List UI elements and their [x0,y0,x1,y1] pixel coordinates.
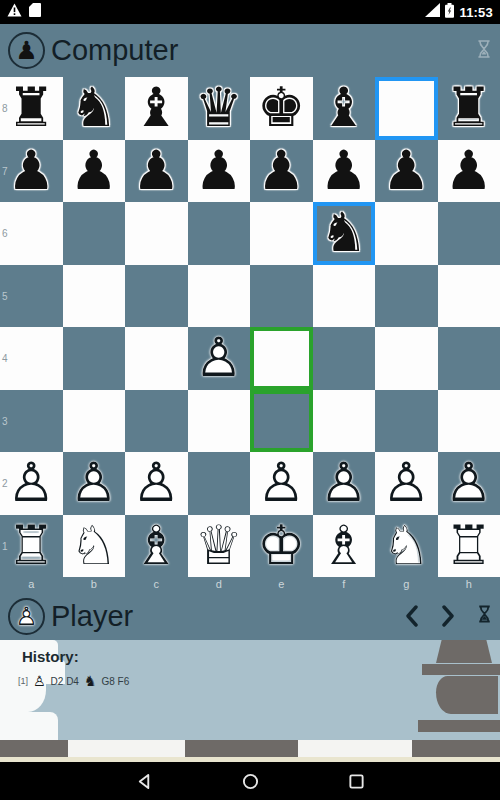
square-c5[interactable] [125,265,188,328]
square-e3[interactable] [250,390,313,453]
square-a6[interactable]: 6 [0,202,63,265]
black-bishop: ♝ [132,81,180,135]
square-e5[interactable] [250,265,313,328]
square-d7[interactable]: ♟ [188,140,251,203]
piece-base-4 [412,740,500,757]
square-h2[interactable]: ♟♙ [438,452,500,515]
black-pawn: ♟ [382,144,430,198]
square-d4[interactable]: ♟♙ [188,327,251,390]
black-pawn: ♟ [257,144,305,198]
square-e7[interactable]: ♟ [250,140,313,203]
piece-base-3 [298,740,412,757]
square-f1[interactable]: ♝♗ [313,515,376,578]
black-move-text: G8 F6 [102,676,130,687]
square-e1[interactable]: ♚♔ [250,515,313,578]
square-h8[interactable]: ♜ [438,77,500,140]
move-number: [1] [18,676,28,686]
battery-icon [445,3,454,22]
square-f8[interactable]: ♝ [313,77,376,140]
black-pawn: ♟ [7,144,55,198]
square-b8[interactable]: ♞ [63,77,126,140]
square-b3[interactable] [63,390,126,453]
sd-card-icon [29,3,41,21]
white-pawn: ♟♙ [132,456,180,510]
computer-bar: ♟ Computer [0,24,500,77]
square-g5[interactable] [375,265,438,328]
back-icon[interactable] [136,773,153,790]
player-name: Player [51,600,133,633]
rank-label-7: 7 [2,165,8,176]
computer-hourglass-icon [476,39,492,63]
square-g3[interactable] [375,390,438,453]
black-king: ♚ [257,81,305,135]
square-h4[interactable] [438,327,500,390]
square-c4[interactable] [125,327,188,390]
square-g1[interactable]: ♞♘ [375,515,438,578]
square-c3[interactable] [125,390,188,453]
player-hourglass-icon [477,605,492,627]
rank-label-4: 4 [2,353,8,364]
file-label-h: h [438,577,500,592]
file-label-g: g [375,577,438,592]
square-f6[interactable]: ♞ [313,202,376,265]
square-a4[interactable]: 4 [0,327,63,390]
file-label-e: e [250,577,313,592]
history-title: History: [22,648,79,665]
white-bishop: ♝♗ [320,519,368,573]
black-knight: ♞ [320,206,368,260]
square-b1[interactable]: ♞♘ [63,515,126,578]
file-labels: abcdefgh [0,577,500,592]
square-b5[interactable] [63,265,126,328]
square-g6[interactable] [375,202,438,265]
computer-name: Computer [51,34,178,67]
square-d2[interactable] [188,452,251,515]
black-rook: ♜ [7,81,55,135]
square-a3[interactable]: 3 [0,390,63,453]
app-screen: 11:53 ♟ Computer 8♜♞♝♛♚♝♜7♟♟♟♟♟♟♟♟6♞54♟♙… [0,0,500,800]
square-e2[interactable]: ♟♙ [250,452,313,515]
file-label-c: c [125,577,188,592]
square-g4[interactable] [375,327,438,390]
white-pawn-avatar-icon: ♟ ♙ [15,604,37,629]
square-f4[interactable] [313,327,376,390]
square-d1[interactable]: ♛♕ [188,515,251,578]
black-rook: ♜ [445,81,493,135]
recents-icon[interactable] [348,773,365,790]
status-bar: 11:53 [0,0,500,24]
black-pawn: ♟ [320,144,368,198]
history-panel[interactable]: History: [1]♙D2 D4♞G8 F6 [0,640,500,757]
black-pawn: ♟ [132,144,180,198]
player-avatar: ♟ ♙ [8,598,45,635]
square-d3[interactable] [188,390,251,453]
black-knight: ♞ [70,81,118,135]
square-d5[interactable] [188,265,251,328]
square-c2[interactable]: ♟♙ [125,452,188,515]
white-pawn-icon: ♙ [33,674,46,688]
square-a8[interactable]: 8♜ [0,77,63,140]
white-knight: ♞♘ [70,519,118,573]
computer-avatar: ♟ [8,32,45,69]
black-pawn-avatar-icon: ♟ [15,38,37,63]
square-f2[interactable]: ♟♙ [313,452,376,515]
white-rook: ♜♖ [7,519,55,573]
square-e8[interactable]: ♚ [250,77,313,140]
square-b2[interactable]: ♟♙ [63,452,126,515]
file-label-a: a [0,577,63,592]
black-pawn: ♟ [445,144,493,198]
white-bishop: ♝♗ [132,519,180,573]
white-pawn: ♟♙ [7,456,55,510]
android-nav-bar [0,762,500,800]
black-pawn: ♟ [70,144,118,198]
square-h7[interactable]: ♟ [438,140,500,203]
file-label-f: f [313,577,376,592]
square-h1[interactable]: ♜♖ [438,515,500,578]
white-pawn: ♟♙ [195,331,243,385]
piece-base-1 [68,740,185,757]
square-e6[interactable] [250,202,313,265]
white-pawn: ♟♙ [382,456,430,510]
piece-base-2 [185,740,298,757]
white-pawn: ♟♙ [70,456,118,510]
square-b7[interactable]: ♟ [63,140,126,203]
white-pawn: ♟♙ [320,456,368,510]
square-f7[interactable]: ♟ [313,140,376,203]
square-b4[interactable] [63,327,126,390]
next-move-button[interactable] [441,605,455,627]
white-queen: ♛♕ [195,519,243,573]
square-e4[interactable] [250,327,313,390]
white-pawn: ♟♙ [445,456,493,510]
square-c6[interactable] [125,202,188,265]
square-a1[interactable]: 1♜♖ [0,515,63,578]
square-a2[interactable]: 2♟♙ [0,452,63,515]
square-h3[interactable] [438,390,500,453]
rank-label-3: 3 [2,415,8,426]
black-queen: ♛ [195,81,243,135]
file-label-b: b [63,577,126,592]
move-list: [1]♙D2 D4♞G8 F6 [18,674,129,688]
square-c8[interactable]: ♝ [125,77,188,140]
black-pawn: ♟ [195,144,243,198]
square-c1[interactable]: ♝♗ [125,515,188,578]
square-g2[interactable]: ♟♙ [375,452,438,515]
square-f5[interactable] [313,265,376,328]
warning-icon [7,3,22,21]
black-knight-icon: ♞ [84,674,97,688]
white-move-text: D2 D4 [51,676,79,687]
square-c7[interactable]: ♟ [125,140,188,203]
square-d6[interactable] [188,202,251,265]
square-g7[interactable]: ♟ [375,140,438,203]
square-h5[interactable] [438,265,500,328]
piece-bases-row [0,740,500,757]
rank-label-8: 8 [2,103,8,114]
square-d8[interactable]: ♛ [188,77,251,140]
signal-icon [425,3,440,21]
square-h6[interactable] [438,202,500,265]
square-g8[interactable] [375,77,438,140]
rank-label-6: 6 [2,228,8,239]
rank-label-5: 5 [2,290,8,301]
previous-move-button[interactable] [405,605,419,627]
status-clock: 11:53 [459,5,493,20]
square-b6[interactable] [63,202,126,265]
rank-label-1: 1 [2,540,8,551]
chess-board: 8♜♞♝♛♚♝♜7♟♟♟♟♟♟♟♟6♞54♟♙32♟♙♟♙♟♙♟♙♟♙♟♙♟♙1… [0,77,500,577]
home-icon[interactable] [242,773,259,790]
white-pawn: ♟♙ [257,456,305,510]
white-king: ♚♔ [257,519,305,573]
white-knight: ♞♘ [382,519,430,573]
square-a5[interactable]: 5 [0,265,63,328]
player-bar: ♟ ♙ Player [0,592,500,640]
black-bishop: ♝ [320,81,368,135]
rank-label-2: 2 [2,478,8,489]
file-label-d: d [188,577,251,592]
white-rook: ♜♖ [445,519,493,573]
piece-base-0 [0,740,68,757]
square-f3[interactable] [313,390,376,453]
square-a7[interactable]: 7♟ [0,140,63,203]
